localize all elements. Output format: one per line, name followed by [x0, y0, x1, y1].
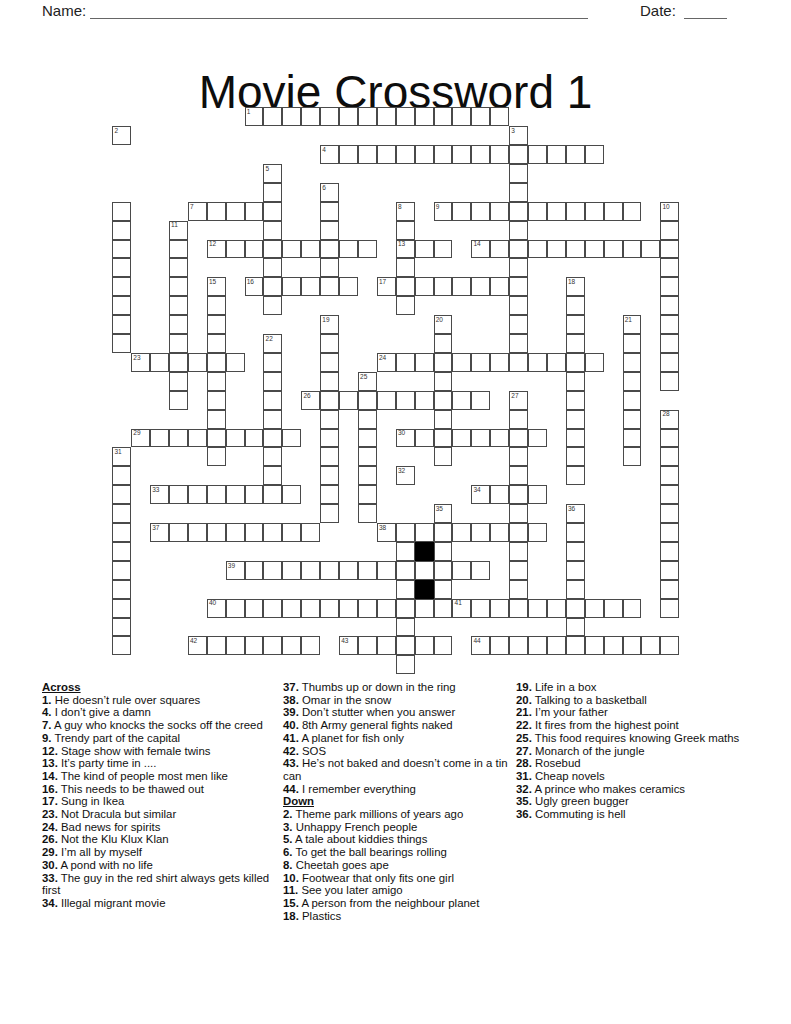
grid-cell[interactable]	[207, 599, 226, 618]
grid-cell[interactable]	[320, 485, 339, 504]
grid-cell[interactable]	[660, 221, 679, 240]
grid-cell[interactable]	[320, 145, 339, 164]
grid-cell[interactable]	[396, 202, 415, 221]
grid-cell[interactable]	[339, 145, 358, 164]
grid-cell[interactable]	[112, 258, 131, 277]
grid-cell[interactable]	[396, 391, 415, 410]
grid-cell[interactable]	[641, 636, 660, 655]
grid-cell[interactable]	[585, 145, 604, 164]
grid-cell[interactable]	[623, 636, 642, 655]
grid-cell[interactable]	[263, 447, 282, 466]
grid-cell[interactable]	[509, 580, 528, 599]
grid-cell[interactable]	[320, 334, 339, 353]
grid-cell[interactable]	[528, 353, 547, 372]
grid-cell[interactable]	[263, 523, 282, 542]
grid-cell[interactable]	[509, 523, 528, 542]
grid-cell[interactable]	[320, 353, 339, 372]
grid-cell[interactable]	[509, 542, 528, 561]
grid-cell[interactable]	[358, 107, 377, 126]
grid-cell[interactable]	[528, 523, 547, 542]
grid-cell[interactable]	[490, 202, 509, 221]
grid-cell[interactable]	[471, 240, 490, 259]
grid-cell[interactable]	[169, 523, 188, 542]
grid-cell[interactable]	[415, 145, 434, 164]
grid-cell[interactable]	[396, 599, 415, 618]
grid-cell[interactable]	[566, 334, 585, 353]
grid-cell[interactable]	[282, 240, 301, 259]
grid-cell[interactable]	[112, 542, 131, 561]
grid-cell[interactable]	[509, 315, 528, 334]
grid-cell[interactable]	[112, 240, 131, 259]
grid-cell[interactable]	[112, 334, 131, 353]
grid-cell[interactable]	[301, 599, 320, 618]
grid-cell[interactable]	[396, 542, 415, 561]
grid-cell[interactable]	[169, 485, 188, 504]
grid-cell[interactable]	[434, 391, 453, 410]
grid-cell[interactable]	[112, 202, 131, 221]
grid-cell[interactable]	[282, 561, 301, 580]
grid-cell[interactable]	[434, 523, 453, 542]
grid-cell[interactable]	[509, 447, 528, 466]
grid-cell[interactable]	[320, 107, 339, 126]
grid-cell[interactable]	[585, 202, 604, 221]
grid-cell[interactable]	[112, 561, 131, 580]
grid-cell[interactable]	[415, 561, 434, 580]
grid-cell[interactable]	[509, 202, 528, 221]
grid-cell[interactable]	[112, 580, 131, 599]
grid-cell[interactable]	[471, 107, 490, 126]
grid-cell[interactable]	[509, 164, 528, 183]
grid-cell[interactable]	[566, 429, 585, 448]
grid-cell[interactable]	[566, 277, 585, 296]
grid-cell[interactable]	[660, 315, 679, 334]
grid-cell[interactable]	[415, 277, 434, 296]
grid-cell[interactable]	[566, 202, 585, 221]
grid-cell[interactable]	[226, 429, 245, 448]
grid-cell[interactable]	[131, 353, 150, 372]
grid-cell[interactable]	[509, 599, 528, 618]
grid-cell[interactable]	[358, 240, 377, 259]
grid-cell[interactable]	[509, 240, 528, 259]
grid-cell[interactable]	[452, 599, 471, 618]
grid-cell[interactable]	[547, 240, 566, 259]
grid-cell[interactable]	[434, 447, 453, 466]
grid-cell[interactable]	[263, 599, 282, 618]
grid-cell[interactable]	[585, 240, 604, 259]
grid-cell[interactable]	[320, 447, 339, 466]
grid-cell[interactable]	[509, 504, 528, 523]
grid-cell[interactable]	[263, 240, 282, 259]
grid-cell[interactable]	[226, 202, 245, 221]
grid-cell[interactable]	[112, 221, 131, 240]
grid-cell[interactable]	[207, 202, 226, 221]
grid-cell[interactable]	[320, 466, 339, 485]
grid-cell[interactable]	[660, 485, 679, 504]
grid-cell[interactable]	[509, 183, 528, 202]
grid-cell[interactable]	[566, 504, 585, 523]
grid-cell[interactable]	[566, 636, 585, 655]
grid-cell[interactable]	[169, 372, 188, 391]
grid-cell[interactable]	[471, 599, 490, 618]
grid-cell[interactable]	[358, 391, 377, 410]
grid-cell[interactable]	[188, 636, 207, 655]
grid-cell[interactable]	[112, 126, 131, 145]
grid-cell[interactable]	[490, 599, 509, 618]
grid-cell[interactable]	[263, 164, 282, 183]
grid-cell[interactable]	[490, 277, 509, 296]
grid-cell[interactable]	[226, 636, 245, 655]
grid-cell[interactable]	[509, 296, 528, 315]
grid-cell[interactable]	[471, 523, 490, 542]
grid-cell[interactable]	[245, 599, 264, 618]
grid-cell[interactable]	[434, 240, 453, 259]
grid-cell[interactable]	[150, 523, 169, 542]
grid-cell[interactable]	[169, 258, 188, 277]
grid-cell[interactable]	[566, 523, 585, 542]
grid-cell[interactable]	[509, 391, 528, 410]
grid-cell[interactable]	[377, 277, 396, 296]
grid-cell[interactable]	[660, 334, 679, 353]
grid-cell[interactable]	[320, 599, 339, 618]
grid-cell[interactable]	[547, 145, 566, 164]
grid-cell[interactable]	[207, 315, 226, 334]
grid-cell[interactable]	[263, 410, 282, 429]
grid-cell[interactable]	[226, 561, 245, 580]
grid-cell[interactable]	[226, 599, 245, 618]
grid-cell[interactable]	[490, 636, 509, 655]
grid-cell[interactable]	[377, 599, 396, 618]
grid-cell[interactable]	[358, 466, 377, 485]
grid-cell[interactable]	[528, 599, 547, 618]
grid-cell[interactable]	[528, 145, 547, 164]
grid-cell[interactable]	[604, 599, 623, 618]
grid-cell[interactable]	[566, 372, 585, 391]
grid-cell[interactable]	[490, 353, 509, 372]
grid-cell[interactable]	[566, 618, 585, 637]
grid-cell[interactable]	[509, 561, 528, 580]
grid-cell[interactable]	[490, 240, 509, 259]
grid-cell[interactable]	[434, 410, 453, 429]
grid-cell[interactable]	[660, 561, 679, 580]
grid-cell[interactable]	[112, 315, 131, 334]
grid-cell[interactable]	[396, 296, 415, 315]
grid-cell[interactable]	[245, 561, 264, 580]
grid-cell[interactable]	[623, 410, 642, 429]
grid-cell[interactable]	[415, 523, 434, 542]
grid-cell[interactable]	[471, 277, 490, 296]
grid-cell[interactable]	[623, 202, 642, 221]
grid-cell[interactable]	[320, 240, 339, 259]
grid-cell[interactable]	[660, 202, 679, 221]
grid-cell[interactable]	[377, 561, 396, 580]
grid-cell[interactable]	[263, 334, 282, 353]
grid-cell[interactable]	[301, 107, 320, 126]
grid-cell[interactable]	[245, 107, 264, 126]
grid-cell[interactable]	[245, 523, 264, 542]
grid-cell[interactable]	[245, 636, 264, 655]
grid-cell[interactable]	[377, 391, 396, 410]
grid-cell[interactable]	[131, 429, 150, 448]
grid-cell[interactable]	[396, 429, 415, 448]
grid-cell[interactable]	[263, 296, 282, 315]
grid-cell[interactable]	[339, 561, 358, 580]
grid-cell[interactable]	[471, 145, 490, 164]
grid-cell[interactable]	[415, 429, 434, 448]
grid-cell[interactable]	[471, 353, 490, 372]
grid-cell[interactable]	[226, 485, 245, 504]
grid-cell[interactable]	[660, 580, 679, 599]
grid-cell[interactable]	[188, 353, 207, 372]
grid-cell[interactable]	[396, 145, 415, 164]
grid-cell[interactable]	[434, 542, 453, 561]
grid-cell[interactable]	[396, 618, 415, 637]
grid-cell[interactable]	[169, 353, 188, 372]
grid-cell[interactable]	[471, 391, 490, 410]
grid-cell[interactable]	[263, 561, 282, 580]
grid-cell[interactable]	[434, 145, 453, 164]
grid-cell[interactable]	[320, 315, 339, 334]
grid-cell[interactable]	[358, 561, 377, 580]
grid-cell[interactable]	[320, 202, 339, 221]
grid-cell[interactable]	[509, 277, 528, 296]
grid-cell[interactable]	[112, 504, 131, 523]
grid-cell[interactable]	[509, 221, 528, 240]
grid-cell[interactable]	[169, 391, 188, 410]
grid-cell[interactable]	[207, 372, 226, 391]
grid-cell[interactable]	[282, 599, 301, 618]
grid-cell[interactable]	[207, 296, 226, 315]
grid-cell[interactable]	[434, 353, 453, 372]
grid-cell[interactable]	[282, 429, 301, 448]
grid-cell[interactable]	[263, 183, 282, 202]
grid-cell[interactable]	[434, 561, 453, 580]
grid-cell[interactable]	[623, 447, 642, 466]
grid-cell[interactable]	[377, 145, 396, 164]
grid-cell[interactable]	[660, 353, 679, 372]
grid-cell[interactable]	[339, 391, 358, 410]
grid-cell[interactable]	[396, 353, 415, 372]
grid-cell[interactable]	[282, 523, 301, 542]
grid-cell[interactable]	[566, 410, 585, 429]
grid-cell[interactable]	[528, 485, 547, 504]
grid-cell[interactable]	[112, 485, 131, 504]
grid-cell[interactable]	[245, 240, 264, 259]
grid-cell[interactable]	[358, 410, 377, 429]
grid-cell[interactable]	[585, 636, 604, 655]
grid-cell[interactable]	[263, 221, 282, 240]
grid-cell[interactable]	[282, 277, 301, 296]
grid-cell[interactable]	[188, 523, 207, 542]
grid-cell[interactable]	[150, 485, 169, 504]
grid-cell[interactable]	[320, 561, 339, 580]
grid-cell[interactable]	[112, 636, 131, 655]
grid-cell[interactable]	[566, 447, 585, 466]
grid-cell[interactable]	[509, 429, 528, 448]
grid-cell[interactable]	[660, 240, 679, 259]
grid-cell[interactable]	[245, 429, 264, 448]
grid-cell[interactable]	[415, 636, 434, 655]
grid-cell[interactable]	[339, 599, 358, 618]
grid-cell[interactable]	[282, 107, 301, 126]
grid-cell[interactable]	[660, 296, 679, 315]
grid-cell[interactable]	[112, 277, 131, 296]
grid-cell[interactable]	[509, 334, 528, 353]
grid-cell[interactable]	[547, 202, 566, 221]
grid-cell[interactable]	[660, 523, 679, 542]
grid-cell[interactable]	[396, 107, 415, 126]
grid-cell[interactable]	[263, 636, 282, 655]
grid-cell[interactable]	[547, 636, 566, 655]
grid-cell[interactable]	[245, 277, 264, 296]
grid-cell[interactable]	[434, 315, 453, 334]
grid-cell[interactable]	[434, 372, 453, 391]
grid-cell[interactable]	[320, 221, 339, 240]
grid-cell[interactable]	[169, 240, 188, 259]
grid-cell[interactable]	[377, 523, 396, 542]
grid-cell[interactable]	[585, 353, 604, 372]
grid-cell[interactable]	[358, 485, 377, 504]
grid-cell[interactable]	[604, 636, 623, 655]
grid-cell[interactable]	[660, 258, 679, 277]
grid-cell[interactable]	[358, 599, 377, 618]
grid-cell[interactable]	[434, 202, 453, 221]
grid-cell[interactable]	[169, 315, 188, 334]
grid-cell[interactable]	[490, 523, 509, 542]
grid-cell[interactable]	[623, 240, 642, 259]
grid-cell[interactable]	[263, 466, 282, 485]
grid-cell[interactable]	[169, 277, 188, 296]
grid-cell[interactable]	[452, 391, 471, 410]
grid-cell[interactable]	[660, 372, 679, 391]
grid-cell[interactable]	[263, 202, 282, 221]
grid-cell[interactable]	[434, 107, 453, 126]
grid-cell[interactable]	[207, 429, 226, 448]
grid-cell[interactable]	[528, 240, 547, 259]
grid-cell[interactable]	[415, 353, 434, 372]
grid-cell[interactable]	[660, 504, 679, 523]
grid-cell[interactable]	[566, 145, 585, 164]
grid-cell[interactable]	[112, 599, 131, 618]
grid-cell[interactable]	[207, 410, 226, 429]
grid-cell[interactable]	[471, 429, 490, 448]
grid-cell[interactable]	[566, 561, 585, 580]
grid-cell[interactable]	[490, 145, 509, 164]
grid-cell[interactable]	[528, 202, 547, 221]
grid-cell[interactable]	[169, 429, 188, 448]
grid-cell[interactable]	[509, 636, 528, 655]
grid-cell[interactable]	[245, 485, 264, 504]
grid-cell[interactable]	[320, 183, 339, 202]
grid-cell[interactable]	[150, 429, 169, 448]
grid-cell[interactable]	[623, 353, 642, 372]
grid-cell[interactable]	[604, 240, 623, 259]
grid-cell[interactable]	[358, 145, 377, 164]
grid-cell[interactable]	[377, 636, 396, 655]
grid-cell[interactable]	[358, 429, 377, 448]
grid-cell[interactable]	[188, 202, 207, 221]
grid-cell[interactable]	[282, 636, 301, 655]
grid-cell[interactable]	[547, 599, 566, 618]
grid-cell[interactable]	[112, 447, 131, 466]
grid-cell[interactable]	[490, 429, 509, 448]
grid-cell[interactable]	[207, 485, 226, 504]
grid-cell[interactable]	[301, 523, 320, 542]
grid-cell[interactable]	[566, 542, 585, 561]
grid-cell[interactable]	[358, 372, 377, 391]
grid-cell[interactable]	[377, 107, 396, 126]
grid-cell[interactable]	[623, 599, 642, 618]
grid-cell[interactable]	[566, 391, 585, 410]
grid-cell[interactable]	[396, 580, 415, 599]
grid-cell[interactable]	[415, 107, 434, 126]
grid-cell[interactable]	[452, 561, 471, 580]
grid-cell[interactable]	[263, 107, 282, 126]
grid-cell[interactable]	[112, 466, 131, 485]
grid-cell[interactable]	[509, 353, 528, 372]
grid-cell[interactable]	[207, 447, 226, 466]
grid-cell[interactable]	[320, 429, 339, 448]
grid-cell[interactable]	[660, 466, 679, 485]
grid-cell[interactable]	[207, 391, 226, 410]
grid-cell[interactable]	[660, 277, 679, 296]
grid-cell[interactable]	[245, 202, 264, 221]
grid-cell[interactable]	[112, 523, 131, 542]
grid-cell[interactable]	[452, 107, 471, 126]
grid-cell[interactable]	[415, 240, 434, 259]
grid-cell[interactable]	[263, 372, 282, 391]
grid-cell[interactable]	[528, 636, 547, 655]
grid-cell[interactable]	[415, 599, 434, 618]
grid-cell[interactable]	[509, 145, 528, 164]
grid-cell[interactable]	[490, 485, 509, 504]
grid-cell[interactable]	[434, 334, 453, 353]
grid-cell[interactable]	[528, 429, 547, 448]
grid-cell[interactable]	[396, 655, 415, 674]
grid-cell[interactable]	[320, 372, 339, 391]
grid-cell[interactable]	[226, 353, 245, 372]
grid-cell[interactable]	[452, 429, 471, 448]
grid-cell[interactable]	[623, 372, 642, 391]
grid-cell[interactable]	[604, 202, 623, 221]
grid-cell[interactable]	[434, 580, 453, 599]
grid-cell[interactable]	[169, 221, 188, 240]
grid-cell[interactable]	[509, 466, 528, 485]
grid-cell[interactable]	[358, 636, 377, 655]
grid-cell[interactable]	[301, 391, 320, 410]
grid-cell[interactable]	[188, 429, 207, 448]
grid-cell[interactable]	[434, 429, 453, 448]
grid-cell[interactable]	[566, 580, 585, 599]
grid-cell[interactable]	[471, 561, 490, 580]
grid-cell[interactable]	[263, 258, 282, 277]
grid-cell[interactable]	[207, 334, 226, 353]
grid-cell[interactable]	[207, 523, 226, 542]
grid-cell[interactable]	[566, 296, 585, 315]
grid-cell[interactable]	[566, 315, 585, 334]
grid-cell[interactable]	[471, 202, 490, 221]
grid-cell[interactable]	[396, 221, 415, 240]
grid-cell[interactable]	[358, 504, 377, 523]
grid-cell[interactable]	[566, 353, 585, 372]
grid-cell[interactable]	[396, 277, 415, 296]
grid-cell[interactable]	[660, 410, 679, 429]
grid-cell[interactable]	[263, 277, 282, 296]
grid-cell[interactable]	[471, 636, 490, 655]
grid-cell[interactable]	[320, 258, 339, 277]
grid-cell[interactable]	[509, 126, 528, 145]
grid-cell[interactable]	[320, 410, 339, 429]
grid-cell[interactable]	[566, 240, 585, 259]
